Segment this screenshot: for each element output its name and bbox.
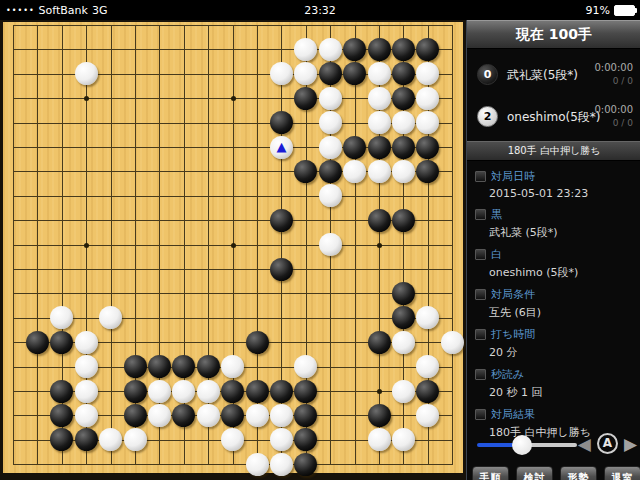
stone-black	[270, 380, 293, 403]
stone-white	[368, 160, 391, 183]
star-point	[84, 96, 89, 101]
stone-black	[416, 38, 439, 61]
stone-white	[75, 380, 98, 403]
auto-play-button[interactable]: A	[597, 433, 618, 454]
stone-black	[392, 87, 415, 110]
stone-white	[75, 331, 98, 354]
playback-controls: ◀ A ▶	[467, 428, 640, 462]
stone-white	[416, 87, 439, 110]
info-item: 黒武礼菜 (5段*)	[467, 204, 640, 243]
stone-black	[26, 331, 49, 354]
info-label: 対局条件	[467, 284, 640, 304]
stone-black	[270, 258, 293, 281]
stone-white	[197, 380, 220, 403]
star-point	[231, 96, 236, 101]
black-player-time: 0:00:00 0 / 0	[594, 61, 633, 88]
black-player-counts: 0 / 0	[613, 76, 633, 86]
info-item: 打ち時間20 分	[467, 324, 640, 363]
result-banner: 180手 白中押し勝ち	[467, 141, 640, 161]
black-capture-badge: 0	[477, 64, 498, 85]
stone-black	[392, 38, 415, 61]
stone-white	[246, 404, 269, 427]
grid-line	[13, 269, 453, 270]
stone-black	[294, 428, 317, 451]
list-bullet-icon	[475, 289, 486, 300]
stone-white	[416, 111, 439, 134]
stone-white	[294, 38, 317, 61]
stone-black	[319, 62, 342, 85]
stone-white	[75, 355, 98, 378]
stone-black	[246, 331, 269, 354]
info-value: 武礼菜 (5段*)	[467, 224, 640, 243]
star-point	[84, 243, 89, 248]
white-player-counts: 0 / 0	[613, 118, 633, 128]
list-bullet-icon	[475, 369, 486, 380]
player-row-white: 2 oneshimo(5段*) 0:00:00 0 / 0	[467, 96, 640, 138]
stone-black	[75, 428, 98, 451]
stone-white	[270, 453, 293, 476]
stone-white	[50, 306, 73, 329]
step-back-button[interactable]: ◀	[578, 434, 591, 454]
stone-black	[50, 331, 73, 354]
stone-white	[124, 428, 147, 451]
stone-black	[172, 404, 195, 427]
star-point	[231, 243, 236, 248]
list-bullet-icon	[475, 329, 486, 340]
stone-black	[319, 160, 342, 183]
player-row-black: 0 武礼菜(5段*) 0:00:00 0 / 0	[467, 54, 640, 96]
white-capture-badge: 2	[477, 106, 498, 127]
stone-black	[294, 160, 317, 183]
action-button-手順[interactable]: 手順	[472, 466, 509, 480]
info-item: 対局日時2015-05-01 23:23	[467, 166, 640, 203]
stone-white	[319, 184, 342, 207]
info-item: 白oneshimo (5段*)	[467, 244, 640, 283]
grid-line	[13, 293, 453, 294]
stone-black	[221, 380, 244, 403]
stone-white	[75, 404, 98, 427]
stone-black	[221, 404, 244, 427]
stone-white	[270, 428, 293, 451]
stone-black	[343, 38, 366, 61]
black-player-name: 武礼菜(5段*)	[507, 67, 578, 84]
stone-white	[270, 404, 293, 427]
stone-black	[124, 380, 147, 403]
move-slider-thumb[interactable]	[512, 435, 532, 455]
stone-white	[221, 355, 244, 378]
stone-white	[392, 331, 415, 354]
stone-black	[416, 380, 439, 403]
info-label: 白	[467, 244, 640, 264]
stone-black	[343, 136, 366, 159]
action-button-形勢[interactable]: 形勢	[560, 466, 597, 480]
go-board-grid[interactable]: ▲	[3, 22, 463, 473]
stone-white	[75, 62, 98, 85]
list-bullet-icon	[475, 409, 486, 420]
list-bullet-icon	[475, 249, 486, 260]
info-value: 20 秒 1 回	[467, 384, 640, 403]
grid-line	[13, 464, 453, 465]
list-bullet-icon	[475, 171, 486, 182]
stone-black	[50, 428, 73, 451]
stone-black	[270, 111, 293, 134]
stone-white	[343, 160, 366, 183]
white-player-time: 0:00:00 0 / 0	[594, 103, 633, 130]
stone-black	[392, 62, 415, 85]
stone-white	[148, 380, 171, 403]
stone-white	[246, 453, 269, 476]
info-item: 秒読み20 秒 1 回	[467, 364, 640, 403]
info-item: 対局条件互先 (6目)	[467, 284, 640, 323]
stone-black	[343, 62, 366, 85]
stone-black	[416, 136, 439, 159]
clock: 23:32	[0, 4, 640, 17]
action-button-検討[interactable]: 検討	[516, 466, 553, 480]
battery-icon	[614, 5, 635, 16]
stone-white	[270, 62, 293, 85]
info-value: 互先 (6目)	[467, 304, 640, 323]
current-move-header: 現在 100手	[467, 20, 640, 49]
grid-line	[355, 25, 356, 465]
stone-white	[368, 62, 391, 85]
stone-black	[172, 355, 195, 378]
app-screen: ••••• SoftBank 3G 23:32 91% ▲ 現在 100手 0 …	[0, 0, 640, 480]
stone-white	[99, 428, 122, 451]
stone-white	[392, 380, 415, 403]
stone-black	[294, 404, 317, 427]
info-label: 黒	[467, 204, 640, 224]
stone-black	[368, 331, 391, 354]
star-point	[377, 389, 382, 394]
stone-black	[392, 306, 415, 329]
stone-white	[416, 355, 439, 378]
info-label: 打ち時間	[467, 324, 640, 344]
grid-line	[13, 318, 453, 319]
sidebar: 現在 100手 0 武礼菜(5段*) 0:00:00 0 / 0 2 onesh…	[466, 20, 640, 480]
stone-black	[294, 380, 317, 403]
stone-white	[368, 111, 391, 134]
stone-black	[392, 136, 415, 159]
stone-black	[294, 87, 317, 110]
go-board[interactable]: ▲	[0, 20, 466, 480]
list-bullet-icon	[475, 209, 486, 220]
stone-white	[416, 306, 439, 329]
step-forward-button[interactable]: ▶	[624, 434, 637, 454]
action-button-row: 手順検討形勢退室	[467, 466, 640, 480]
stone-white	[294, 355, 317, 378]
stone-white	[416, 62, 439, 85]
stone-black	[368, 209, 391, 232]
stone-black	[368, 38, 391, 61]
stone-black	[270, 209, 293, 232]
stone-white	[392, 111, 415, 134]
stone-white	[319, 233, 342, 256]
action-button-退室[interactable]: 退室	[604, 466, 640, 480]
stone-black	[50, 380, 73, 403]
stone-black	[416, 160, 439, 183]
star-point	[377, 243, 382, 248]
stone-white	[392, 160, 415, 183]
stone-white	[99, 306, 122, 329]
stone-black	[197, 355, 220, 378]
stone-white	[392, 428, 415, 451]
grid-line	[452, 25, 453, 465]
info-value: 20 分	[467, 344, 640, 363]
stone-black	[50, 404, 73, 427]
stone-black	[368, 136, 391, 159]
stone-white	[172, 380, 195, 403]
player-list: 0 武礼菜(5段*) 0:00:00 0 / 0 2 oneshimo(5段*)…	[467, 54, 640, 138]
stone-black	[124, 404, 147, 427]
status-bar: ••••• SoftBank 3G 23:32 91%	[0, 0, 640, 20]
stone-black	[294, 453, 317, 476]
stone-black	[148, 355, 171, 378]
stone-white	[441, 331, 464, 354]
stone-white: ▲	[270, 136, 293, 159]
stone-black	[246, 380, 269, 403]
stone-white	[416, 404, 439, 427]
stone-white	[319, 87, 342, 110]
game-info-list: 対局日時2015-05-01 23:23黒武礼菜 (5段*)白oneshimo …	[467, 166, 640, 444]
stone-white	[197, 404, 220, 427]
stone-black	[392, 209, 415, 232]
stone-white	[319, 38, 342, 61]
stone-white	[221, 428, 244, 451]
info-value: oneshimo (5段*)	[467, 264, 640, 283]
info-label: 対局結果	[467, 404, 640, 424]
move-slider[interactable]	[477, 443, 577, 447]
stone-white	[368, 428, 391, 451]
battery-percent: 91%	[586, 4, 610, 17]
stone-white	[368, 87, 391, 110]
stone-black	[392, 282, 415, 305]
stone-white	[294, 62, 317, 85]
stone-black	[124, 355, 147, 378]
info-value: 2015-05-01 23:23	[467, 186, 640, 203]
last-move-marker: ▲	[277, 140, 287, 153]
stone-white	[319, 111, 342, 134]
stone-white	[319, 136, 342, 159]
info-label: 対局日時	[467, 166, 640, 186]
white-player-name: oneshimo(5段*)	[507, 109, 601, 126]
stone-black	[368, 404, 391, 427]
info-label: 秒読み	[467, 364, 640, 384]
stone-white	[148, 404, 171, 427]
